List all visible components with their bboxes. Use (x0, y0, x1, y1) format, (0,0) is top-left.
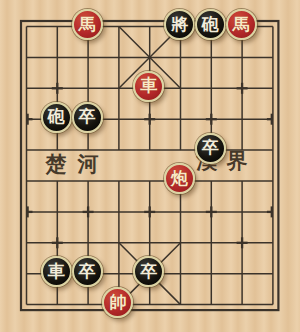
piece-red-horse[interactable]: 馬 (226, 9, 257, 40)
piece-red-horse[interactable]: 馬 (72, 9, 103, 40)
piece-black-soldier[interactable]: 卒 (195, 133, 226, 164)
piece-black-cannon[interactable]: 砲 (195, 9, 226, 40)
piece-glyph: 車 (140, 77, 157, 94)
piece-black-cannon[interactable]: 砲 (41, 102, 72, 133)
piece-black-soldier[interactable]: 卒 (72, 102, 103, 133)
piece-glyph: 卒 (140, 263, 157, 280)
piece-glyph: 卒 (79, 108, 96, 125)
piece-glyph: 砲 (202, 16, 219, 33)
piece-glyph: 車 (48, 263, 65, 280)
piece-glyph: 炮 (171, 170, 188, 187)
piece-glyph: 卒 (79, 263, 96, 280)
piece-glyph: 帥 (109, 294, 126, 311)
piece-red-chariot[interactable]: 車 (133, 71, 164, 102)
piece-red-cannon[interactable]: 炮 (164, 163, 195, 194)
piece-glyph: 砲 (48, 108, 65, 125)
piece-glyph: 馬 (233, 16, 250, 33)
piece-black-chariot[interactable]: 車 (41, 256, 72, 287)
piece-red-general[interactable]: 帥 (102, 287, 133, 318)
piece-black-soldier[interactable]: 卒 (133, 256, 164, 287)
board-grid[interactable]: 馬將砲馬車砲卒卒炮車卒卒帥 (11, 11, 288, 320)
piece-black-general[interactable]: 將 (164, 9, 195, 40)
piece-glyph: 卒 (202, 139, 219, 156)
piece-glyph: 馬 (79, 16, 96, 33)
piece-black-soldier[interactable]: 卒 (72, 256, 103, 287)
xiangqi-board: 楚 河 漢 界 馬將砲馬車砲卒卒炮車卒卒帥 (0, 0, 300, 332)
piece-glyph: 將 (171, 16, 188, 33)
